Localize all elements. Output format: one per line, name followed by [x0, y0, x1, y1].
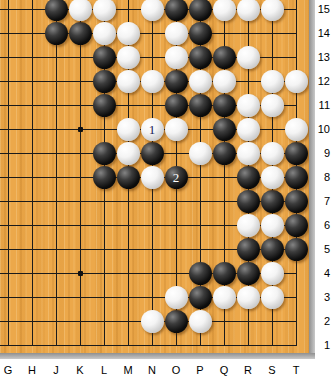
column-label-S: S — [264, 363, 280, 377]
stone-black-P13 — [189, 46, 212, 69]
stone-white-T12 — [285, 70, 308, 93]
row-label-4: 4 — [313, 266, 330, 280]
stone-black-T9 — [285, 142, 308, 165]
row-label-2: 2 — [313, 314, 330, 328]
column-label-N: N — [144, 363, 160, 377]
stone-white-R13 — [237, 46, 260, 69]
row-label-15: 15 — [313, 2, 330, 16]
stone-white-N12 — [141, 70, 164, 93]
stone-black-R5 — [237, 238, 260, 261]
stone-white-M14 — [117, 22, 140, 45]
grid-line-v-J — [56, 0, 57, 346]
row-label-11: 11 — [313, 98, 330, 112]
stone-white-N8 — [141, 166, 164, 189]
row-label-14: 14 — [313, 26, 330, 40]
stone-white-M10 — [117, 118, 140, 141]
stone-black-R7 — [237, 190, 260, 213]
stone-black-M8 — [117, 166, 140, 189]
stone-white-S9 — [261, 142, 284, 165]
stone-black-O15 — [165, 0, 188, 21]
stone-white-S11 — [261, 94, 284, 117]
stone-black-S5 — [261, 238, 284, 261]
stone-black-L11 — [93, 94, 116, 117]
stone-white-O10 — [165, 118, 188, 141]
column-label-Q: Q — [216, 363, 232, 377]
stone-black-P4 — [189, 262, 212, 285]
grid-line-v-G — [8, 0, 9, 346]
row-label-5: 5 — [313, 242, 330, 256]
stone-white-O13 — [165, 46, 188, 69]
stone-white-S15 — [261, 0, 284, 21]
column-label-T: T — [288, 363, 304, 377]
grid-line-h-1 — [0, 345, 297, 346]
grid-line-v-H — [32, 0, 33, 346]
column-label-H: H — [24, 363, 40, 377]
move-number-label-1: 1 — [149, 123, 156, 136]
stone-black-S7 — [261, 190, 284, 213]
stone-black-O2 — [165, 310, 188, 333]
stone-white-M12 — [117, 70, 140, 93]
stone-black-K14 — [69, 22, 92, 45]
go-board[interactable]: 21 — [0, 0, 309, 353]
stone-black-L13 — [93, 46, 116, 69]
stone-white-P2 — [189, 310, 212, 333]
stone-black-O8: 2 — [165, 166, 188, 189]
stone-white-N10: 1 — [141, 118, 164, 141]
row-label-3: 3 — [313, 290, 330, 304]
stone-black-O11 — [165, 94, 188, 117]
stone-white-S4 — [261, 262, 284, 285]
stone-white-S3 — [261, 286, 284, 309]
grid-line-v-K — [80, 0, 81, 346]
stone-black-T8 — [285, 166, 308, 189]
go-board-screenshot: 21 GHJKLMNOPQRST151413121110987654321 — [0, 0, 332, 380]
stone-white-R11 — [237, 94, 260, 117]
stone-white-S12 — [261, 70, 284, 93]
stone-white-P12 — [189, 70, 212, 93]
stone-white-R6 — [237, 214, 260, 237]
stone-white-L15 — [93, 0, 116, 21]
stone-black-O12 — [165, 70, 188, 93]
stone-black-Q10 — [213, 118, 236, 141]
stone-white-R3 — [237, 286, 260, 309]
row-label-6: 6 — [313, 218, 330, 232]
stone-white-R9 — [237, 142, 260, 165]
stone-black-Q13 — [213, 46, 236, 69]
stone-black-J15 — [45, 0, 68, 21]
stone-black-T7 — [285, 190, 308, 213]
stone-white-T10 — [285, 118, 308, 141]
stone-black-P3 — [189, 286, 212, 309]
stone-white-K15 — [69, 0, 92, 21]
column-label-P: P — [192, 363, 208, 377]
column-label-L: L — [96, 363, 112, 377]
row-label-8: 8 — [313, 170, 330, 184]
stone-black-L9 — [93, 142, 116, 165]
row-label-10: 10 — [313, 122, 330, 136]
row-label-13: 13 — [313, 50, 330, 64]
stone-black-Q11 — [213, 94, 236, 117]
stone-black-T6 — [285, 214, 308, 237]
stone-white-O3 — [165, 286, 188, 309]
stone-black-L8 — [93, 166, 116, 189]
column-label-O: O — [168, 363, 184, 377]
hoshi-K4 — [78, 271, 83, 276]
stone-white-P9 — [189, 142, 212, 165]
stone-white-M13 — [117, 46, 140, 69]
stone-white-O14 — [165, 22, 188, 45]
stone-black-P11 — [189, 94, 212, 117]
stone-white-S8 — [261, 166, 284, 189]
column-label-J: J — [48, 363, 64, 377]
stone-black-T5 — [285, 238, 308, 261]
row-label-9: 9 — [313, 146, 330, 160]
row-label-7: 7 — [313, 194, 330, 208]
column-label-M: M — [120, 363, 136, 377]
stone-black-Q9 — [213, 142, 236, 165]
column-label-K: K — [72, 363, 88, 377]
board-edge-shadow-bottom — [0, 353, 315, 359]
stone-white-L14 — [93, 22, 116, 45]
stone-white-M9 — [117, 142, 140, 165]
move-number-label-2: 2 — [173, 171, 180, 184]
column-label-G: G — [0, 363, 16, 377]
stone-black-N9 — [141, 142, 164, 165]
stone-white-Q12 — [213, 70, 236, 93]
stone-black-R4 — [237, 262, 260, 285]
stone-black-P14 — [189, 22, 212, 45]
stone-white-Q15 — [213, 0, 236, 21]
row-label-12: 12 — [313, 74, 330, 88]
stone-black-L12 — [93, 70, 116, 93]
stone-white-N15 — [141, 0, 164, 21]
stone-black-P15 — [189, 0, 212, 21]
stone-black-Q4 — [213, 262, 236, 285]
column-label-R: R — [240, 363, 256, 377]
stone-white-Q3 — [213, 286, 236, 309]
stone-white-R15 — [237, 0, 260, 21]
row-label-1: 1 — [313, 338, 330, 352]
stone-black-J14 — [45, 22, 68, 45]
hoshi-K10 — [78, 127, 83, 132]
stone-white-N2 — [141, 310, 164, 333]
stone-white-S6 — [261, 214, 284, 237]
stone-black-R8 — [237, 166, 260, 189]
stone-white-R10 — [237, 118, 260, 141]
